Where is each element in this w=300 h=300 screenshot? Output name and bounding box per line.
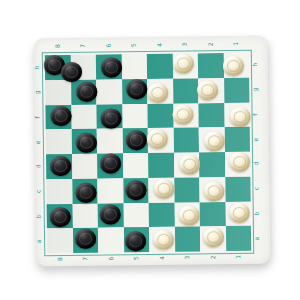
product-photo-scene: 8877665544332211hhggffeeddccbbaa — [0, 0, 300, 300]
square-g8[interactable] — [45, 80, 71, 105]
piece-white-g2[interactable] — [197, 80, 218, 100]
square-c8[interactable] — [46, 179, 72, 204]
file-label-left-a: a — [35, 237, 43, 245]
square-h4[interactable] — [147, 54, 173, 79]
square-a6[interactable] — [98, 228, 124, 253]
piece-black-f8[interactable] — [51, 106, 72, 126]
piece-black-e7[interactable] — [76, 132, 97, 152]
square-b2[interactable] — [200, 202, 226, 227]
file-label-right-g: g — [251, 86, 259, 94]
file-label-right-d: d — [252, 160, 260, 168]
rank-label-top-6: 6 — [104, 41, 112, 49]
rank-label-bottom-6: 6 — [107, 254, 115, 262]
rank-label-top-5: 5 — [130, 41, 138, 49]
piece-black-a5[interactable] — [125, 231, 146, 251]
square-b3[interactable] — [174, 202, 200, 227]
piece-black-g5[interactable] — [126, 79, 147, 99]
square-f7[interactable] — [71, 104, 97, 129]
square-g5[interactable] — [122, 79, 148, 104]
piece-black-b6[interactable] — [100, 204, 121, 224]
square-c3[interactable] — [174, 177, 200, 202]
rank-label-bottom-1: 1 — [235, 253, 243, 261]
piece-white-e4[interactable] — [147, 128, 168, 148]
square-f5[interactable] — [122, 104, 148, 129]
piece-black-f6[interactable] — [101, 108, 122, 128]
piece-white-c2[interactable] — [204, 181, 225, 201]
rank-label-top-7: 7 — [79, 42, 87, 50]
square-d1[interactable] — [225, 152, 251, 177]
square-d7[interactable] — [72, 154, 98, 179]
piece-black-h6[interactable] — [101, 58, 122, 78]
rank-label-top-4: 4 — [155, 41, 163, 49]
piece-black-e5[interactable] — [125, 130, 146, 150]
square-g2[interactable] — [198, 78, 224, 103]
file-label-right-b: b — [253, 210, 261, 218]
square-a1[interactable] — [225, 226, 251, 251]
piece-white-a2[interactable] — [203, 227, 224, 247]
square-a8[interactable] — [47, 228, 73, 253]
piece-white-h3[interactable] — [173, 54, 194, 74]
square-d5[interactable] — [123, 153, 149, 178]
square-c4[interactable] — [148, 177, 174, 202]
rank-label-bottom-2: 2 — [209, 253, 217, 261]
square-b5[interactable] — [123, 203, 149, 228]
file-label-right-e: e — [252, 135, 260, 143]
square-g1[interactable] — [224, 78, 250, 103]
piece-white-a4[interactable] — [153, 229, 174, 249]
piece-black-a7[interactable] — [75, 228, 96, 248]
rank-label-top-8: 8 — [53, 42, 61, 50]
square-e6[interactable] — [97, 129, 123, 154]
square-a3[interactable] — [174, 227, 200, 252]
piece-white-e2[interactable] — [204, 131, 225, 151]
square-c7[interactable] — [72, 178, 98, 203]
square-d8[interactable] — [46, 154, 72, 179]
square-b1[interactable] — [225, 201, 251, 226]
file-label-right-f: f — [252, 111, 260, 119]
piece-black-c7[interactable] — [75, 183, 96, 203]
square-b6[interactable] — [98, 203, 124, 228]
rank-label-bottom-7: 7 — [82, 255, 90, 263]
rank-label-top-2: 2 — [206, 40, 214, 48]
square-e2[interactable] — [199, 127, 225, 152]
square-a4[interactable] — [149, 227, 175, 252]
piece-white-c4[interactable] — [154, 179, 175, 199]
square-a5[interactable] — [123, 227, 149, 252]
square-e1[interactable] — [224, 127, 250, 152]
square-a7[interactable] — [72, 228, 98, 253]
square-g4[interactable] — [147, 78, 173, 103]
piece-white-g4[interactable] — [147, 83, 168, 103]
file-label-right-a: a — [253, 234, 261, 242]
file-label-right-h: h — [251, 61, 259, 69]
file-label-left-g: g — [33, 88, 41, 96]
square-c2[interactable] — [199, 177, 225, 202]
file-label-left-d: d — [34, 163, 42, 171]
square-f4[interactable] — [147, 103, 173, 128]
piece-black-extra-h8[interactable] — [61, 62, 82, 82]
square-c1[interactable] — [225, 177, 251, 202]
square-h1[interactable] — [223, 53, 249, 78]
square-e8[interactable] — [46, 129, 72, 154]
square-g6[interactable] — [96, 79, 122, 104]
square-g3[interactable] — [173, 78, 199, 103]
piece-white-f3[interactable] — [172, 104, 193, 124]
board-grid — [45, 53, 251, 253]
piece-black-c5[interactable] — [125, 180, 146, 200]
square-h5[interactable] — [121, 54, 147, 79]
piece-white-d3[interactable] — [179, 155, 200, 175]
piece-black-g7[interactable] — [76, 82, 97, 102]
rank-label-top-3: 3 — [181, 41, 189, 49]
square-f6[interactable] — [96, 104, 122, 129]
file-label-left-c: c — [34, 187, 42, 195]
piece-black-b8[interactable] — [50, 207, 71, 227]
square-h2[interactable] — [198, 53, 224, 78]
square-h3[interactable] — [172, 53, 198, 78]
rank-label-bottom-4: 4 — [158, 254, 166, 262]
square-b4[interactable] — [149, 202, 175, 227]
square-e7[interactable] — [71, 129, 97, 154]
square-e3[interactable] — [173, 128, 199, 153]
piece-white-d1[interactable] — [229, 152, 250, 172]
square-b7[interactable] — [72, 203, 98, 228]
square-d4[interactable] — [148, 153, 174, 178]
board-mat: 8877665544332211hhggffeeddccbbaa — [34, 36, 271, 267]
piece-white-f1[interactable] — [229, 107, 250, 127]
square-f1[interactable] — [224, 102, 250, 127]
square-f8[interactable] — [45, 104, 71, 129]
piece-white-h1[interactable] — [223, 56, 244, 76]
square-f2[interactable] — [198, 103, 224, 128]
piece-black-d8[interactable] — [50, 156, 71, 176]
file-label-left-b: b — [35, 212, 43, 220]
square-c5[interactable] — [123, 178, 149, 203]
rank-label-bottom-8: 8 — [56, 255, 64, 263]
rank-label-top-1: 1 — [232, 40, 240, 48]
square-d3[interactable] — [174, 152, 200, 177]
square-d6[interactable] — [97, 153, 123, 178]
piece-white-b3[interactable] — [178, 205, 199, 225]
file-label-left-e: e — [34, 138, 42, 146]
rank-label-bottom-5: 5 — [133, 254, 141, 262]
square-e4[interactable] — [148, 128, 174, 153]
square-d2[interactable] — [199, 152, 225, 177]
square-c6[interactable] — [97, 178, 123, 203]
piece-white-b1[interactable] — [228, 203, 249, 223]
square-e5[interactable] — [122, 128, 148, 153]
square-g7[interactable] — [71, 79, 97, 104]
file-label-left-f: f — [34, 113, 42, 121]
square-b8[interactable] — [47, 203, 73, 228]
square-f3[interactable] — [173, 103, 199, 128]
square-h6[interactable] — [96, 54, 122, 79]
file-label-right-c: c — [252, 185, 260, 193]
file-label-left-h: h — [33, 64, 41, 72]
checkers-board: 8877665544332211hhggffeeddccbbaa — [45, 53, 251, 253]
rank-label-bottom-3: 3 — [184, 254, 192, 262]
square-a2[interactable] — [200, 226, 226, 251]
piece-black-d6[interactable] — [100, 154, 121, 174]
